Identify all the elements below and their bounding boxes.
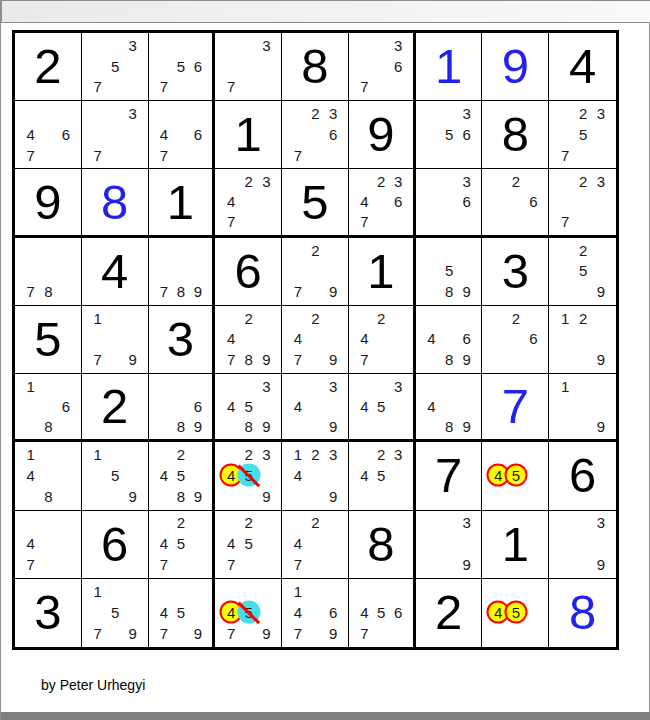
candidate-8[interactable]: 8 <box>172 486 189 507</box>
candidate-9[interactable]: 9 <box>592 349 610 370</box>
candidate-7[interactable]: 7 <box>89 623 107 644</box>
cell-r3c9[interactable]: 237 <box>549 169 616 237</box>
solved-digit: 2 <box>34 42 61 91</box>
candidate-3[interactable]: 3 <box>124 103 142 124</box>
candidate-9[interactable]: 9 <box>189 623 206 644</box>
cell-r9c1[interactable]: 3 <box>15 579 82 647</box>
highlight-circle-cyan-struck: 5 <box>237 601 260 624</box>
cell-r4c8[interactable]: 3 <box>482 238 549 306</box>
cell-r4c1[interactable]: 78 <box>15 238 82 306</box>
candidate-6[interactable]: 6 <box>458 192 476 212</box>
candidate-4[interactable]: 4 <box>356 465 373 486</box>
candidate-4[interactable]: 4 <box>289 465 307 486</box>
cell-r7c7[interactable]: 7 <box>416 442 483 510</box>
cell-r5c9[interactable]: 129 <box>549 306 616 374</box>
candidate-8[interactable]: 8 <box>440 281 458 302</box>
candidate-9[interactable]: 9 <box>324 623 342 644</box>
highlight-circle-cyan-struck: 5 <box>237 464 260 487</box>
candidate-7[interactable]: 7 <box>222 349 240 370</box>
cell-r6c8[interactable]: 7 <box>482 374 549 442</box>
candidate-4[interactable]: 4 <box>156 465 173 486</box>
candidate-5[interactable]: 5 <box>106 56 124 77</box>
cell-r8c2[interactable]: 6 <box>82 511 149 579</box>
candidate-2[interactable]: 2 <box>307 103 325 124</box>
candidate-7[interactable]: 7 <box>156 145 173 166</box>
cell-r8c5[interactable]: 247 <box>282 511 349 579</box>
solved-digit: 8 <box>569 588 596 637</box>
cell-r9c2[interactable]: 1579 <box>82 579 149 647</box>
candidate-7[interactable]: 7 <box>289 349 307 370</box>
cell-r6c5[interactable]: 349 <box>282 374 349 442</box>
candidate-2[interactable]: 2 <box>574 103 592 124</box>
cell-r1c3[interactable]: 567 <box>149 33 216 101</box>
author-caption: by Peter Urhegyi <box>41 677 145 693</box>
cell-r6c4[interactable]: 34589 <box>215 374 282 442</box>
top-chrome-bar <box>1 0 650 23</box>
candidate-4[interactable]: 4 <box>156 124 173 145</box>
cell-r1c7[interactable]: 1 <box>416 33 483 101</box>
cell-r3c3[interactable]: 1 <box>149 169 216 237</box>
solved-digit: 7 <box>502 382 529 431</box>
solved-digit: 6 <box>101 520 128 569</box>
candidate-2[interactable]: 2 <box>172 444 189 465</box>
cell-r8c7[interactable]: 39 <box>416 511 483 579</box>
solved-digit: 5 <box>301 178 328 227</box>
solved-digit: 1 <box>502 520 529 569</box>
candidate-7[interactable]: 7 <box>289 145 307 166</box>
candidate-5[interactable]: 5 <box>373 465 390 486</box>
candidate-4[interactable]: 4 <box>22 124 40 145</box>
candidate-8[interactable]: 8 <box>172 281 189 302</box>
candidate-5[interactable]: 5 <box>240 396 258 416</box>
candidate-7[interactable]: 7 <box>22 145 40 166</box>
candidate-7[interactable]: 7 <box>222 554 240 575</box>
solved-digit: 8 <box>101 178 128 227</box>
candidate-9[interactable]: 9 <box>324 349 342 370</box>
cell-r1c4[interactable]: 37 <box>215 33 282 101</box>
cell-r6c9[interactable]: 19 <box>549 374 616 442</box>
candidate-6[interactable]: 6 <box>57 124 75 145</box>
candidate-1[interactable]: 1 <box>289 581 307 602</box>
candidate-5[interactable]: 5 <box>240 533 258 554</box>
candidate-4[interactable]: 4 <box>423 329 441 350</box>
candidate-2[interactable]: 2 <box>574 171 592 191</box>
candidate-1[interactable]: 1 <box>556 376 574 396</box>
candidate-2[interactable]: 2 <box>307 240 325 261</box>
cell-r6c3[interactable]: 689 <box>149 374 216 442</box>
cell-r8c3[interactable]: 2457 <box>149 511 216 579</box>
candidate-9[interactable]: 9 <box>124 486 142 507</box>
cell-r2c3[interactable]: 467 <box>149 101 216 169</box>
candidate-4[interactable]: 4 <box>289 533 307 554</box>
solved-digit: 1 <box>235 110 262 159</box>
candidate-9[interactable]: 9 <box>258 623 276 644</box>
candidate-3[interactable]: 3 <box>390 171 407 191</box>
candidate-9[interactable]: 9 <box>324 281 342 302</box>
candidate-6[interactable]: 6 <box>324 124 342 145</box>
candidate-8[interactable]: 8 <box>40 281 58 302</box>
cell-r7c6[interactable]: 2345 <box>349 442 416 510</box>
cell-r1c8[interactable]: 9 <box>482 33 549 101</box>
cell-r6c2[interactable]: 2 <box>82 374 149 442</box>
candidate-4[interactable]: 4 <box>356 192 373 212</box>
solved-digit: 8 <box>367 520 394 569</box>
solved-digit: 3 <box>34 588 61 637</box>
candidate-7[interactable]: 7 <box>89 76 107 97</box>
cell-r7c4[interactable]: 23459 <box>215 442 282 510</box>
solved-digit: 9 <box>34 178 61 227</box>
cell-r2c6[interactable]: 9 <box>349 101 416 169</box>
candidate-9[interactable]: 9 <box>592 416 610 436</box>
candidate-2[interactable]: 2 <box>240 171 258 191</box>
cell-r7c5[interactable]: 12349 <box>282 442 349 510</box>
solved-digit: 6 <box>235 247 262 296</box>
candidate-3[interactable]: 3 <box>390 444 407 465</box>
candidate-7[interactable]: 7 <box>222 76 240 97</box>
solved-digit: 4 <box>101 247 128 296</box>
candidate-2[interactable]: 2 <box>373 171 390 191</box>
candidate-2[interactable]: 2 <box>307 308 325 329</box>
cell-r5c7[interactable]: 4689 <box>416 306 483 374</box>
candidate-3[interactable]: 3 <box>390 35 407 56</box>
cell-r3c7[interactable]: 36 <box>416 169 483 237</box>
candidate-4[interactable]: 4 <box>356 329 373 350</box>
cell-r2c7[interactable]: 356 <box>416 101 483 169</box>
candidate-7[interactable]: 7 <box>289 623 307 644</box>
candidate-1[interactable]: 1 <box>89 444 107 465</box>
candidate-9[interactable]: 9 <box>258 416 276 436</box>
cell-r5c6[interactable]: 247 <box>349 306 416 374</box>
candidate-4[interactable]: 4 <box>423 396 441 416</box>
candidate-7[interactable]: 7 <box>289 554 307 575</box>
candidate-5[interactable]: 5 <box>507 602 525 623</box>
candidate-9[interactable]: 9 <box>258 486 276 507</box>
cell-r3c5[interactable]: 5 <box>282 169 349 237</box>
cell-r3c2[interactable]: 8 <box>82 169 149 237</box>
cell-r4c7[interactable]: 589 <box>416 238 483 306</box>
cell-r1c1[interactable]: 2 <box>15 33 82 101</box>
cell-r1c9[interactable]: 4 <box>549 33 616 101</box>
cell-r4c4[interactable]: 6 <box>215 238 282 306</box>
candidate-9[interactable]: 9 <box>458 554 476 575</box>
cell-r3c8[interactable]: 26 <box>482 169 549 237</box>
solved-digit: 1 <box>167 178 194 227</box>
cell-r5c3[interactable]: 3 <box>149 306 216 374</box>
candidate-3[interactable]: 3 <box>258 376 276 396</box>
candidate-2[interactable]: 2 <box>507 171 525 191</box>
candidate-9[interactable]: 9 <box>458 416 476 436</box>
candidate-3[interactable]: 3 <box>124 35 142 56</box>
cell-r5c4[interactable]: 24789 <box>215 306 282 374</box>
candidate-1[interactable]: 1 <box>289 444 307 465</box>
cell-r7c8[interactable]: 45 <box>482 442 549 510</box>
cell-r5c1[interactable]: 5 <box>15 306 82 374</box>
candidate-4[interactable]: 4 <box>289 396 307 416</box>
candidate-6[interactable]: 6 <box>390 192 407 212</box>
sudoku-board: 2357567378367194467374671236793568235798… <box>12 30 619 650</box>
candidate-3[interactable]: 3 <box>324 376 342 396</box>
candidate-5[interactable]: 5 <box>440 260 458 281</box>
cell-r6c6[interactable]: 345 <box>349 374 416 442</box>
candidate-2[interactable]: 2 <box>240 444 258 465</box>
solved-digit: 2 <box>435 588 462 637</box>
candidate-4[interactable]: 4 <box>222 396 240 416</box>
candidate-5[interactable]: 5 <box>172 602 189 623</box>
candidate-4[interactable]: 4 <box>289 329 307 350</box>
candidate-8[interactable]: 8 <box>240 349 258 370</box>
cell-r7c2[interactable]: 159 <box>82 442 149 510</box>
cell-r3c4[interactable]: 2347 <box>215 169 282 237</box>
solved-digit: 4 <box>569 42 596 91</box>
candidate-9[interactable]: 9 <box>189 416 206 436</box>
solved-digit: 5 <box>34 315 61 364</box>
candidate-6[interactable]: 6 <box>57 396 75 416</box>
cell-r1c5[interactable]: 8 <box>282 33 349 101</box>
cell-r8c8[interactable]: 1 <box>482 511 549 579</box>
solved-digit: 2 <box>101 382 128 431</box>
cell-r2c1[interactable]: 467 <box>15 101 82 169</box>
cell-r8c1[interactable]: 47 <box>15 511 82 579</box>
candidate-9[interactable]: 9 <box>124 623 142 644</box>
candidate-9[interactable]: 9 <box>189 281 206 302</box>
cell-r9c9[interactable]: 8 <box>549 579 616 647</box>
candidate-7[interactable]: 7 <box>156 281 173 302</box>
cell-r9c4[interactable]: 4579 <box>215 579 282 647</box>
candidate-3[interactable]: 3 <box>258 444 276 465</box>
candidate-6[interactable]: 6 <box>525 192 543 212</box>
candidate-5[interactable]: 5 <box>172 465 189 486</box>
cell-r7c1[interactable]: 148 <box>15 442 82 510</box>
candidate-7[interactable]: 7 <box>156 554 173 575</box>
candidate-3[interactable]: 3 <box>324 103 342 124</box>
candidate-1[interactable]: 1 <box>89 581 107 602</box>
solved-digit: 9 <box>367 110 394 159</box>
candidate-4[interactable]: 4 <box>289 602 307 623</box>
candidate-7[interactable]: 7 <box>356 212 373 232</box>
candidate-4[interactable]: 4 <box>156 602 173 623</box>
candidate-2[interactable]: 2 <box>240 308 258 329</box>
candidate-5[interactable]: 5 <box>507 465 525 486</box>
candidate-7[interactable]: 7 <box>556 145 574 166</box>
candidate-2[interactable]: 2 <box>307 513 325 534</box>
candidate-9[interactable]: 9 <box>258 349 276 370</box>
candidate-8[interactable]: 8 <box>40 486 58 507</box>
solved-digit: 3 <box>167 315 194 364</box>
cell-r2c2[interactable]: 37 <box>82 101 149 169</box>
candidate-3[interactable]: 3 <box>258 35 276 56</box>
candidate-3[interactable]: 3 <box>592 513 610 534</box>
candidate-5[interactable]: 5 <box>172 56 189 77</box>
candidate-2[interactable]: 2 <box>240 513 258 534</box>
candidate-3[interactable]: 3 <box>458 513 476 534</box>
candidate-5[interactable]: 5 <box>440 124 458 145</box>
candidate-7[interactable]: 7 <box>22 281 40 302</box>
candidate-9[interactable]: 9 <box>189 486 206 507</box>
cell-r9c3[interactable]: 4579 <box>149 579 216 647</box>
candidate-2[interactable]: 2 <box>373 308 390 329</box>
candidate-3[interactable]: 3 <box>592 171 610 191</box>
candidate-7[interactable]: 7 <box>356 623 373 644</box>
candidate-4[interactable]: 4 <box>156 533 173 554</box>
candidate-6[interactable]: 6 <box>390 56 407 77</box>
candidate-6[interactable]: 6 <box>189 56 206 77</box>
candidate-1[interactable]: 1 <box>89 308 107 329</box>
candidate-8[interactable]: 8 <box>240 416 258 436</box>
candidate-2[interactable]: 2 <box>373 444 390 465</box>
solved-digit: 8 <box>301 42 328 91</box>
cell-r2c5[interactable]: 2367 <box>282 101 349 169</box>
cell-r5c5[interactable]: 2479 <box>282 306 349 374</box>
candidate-8[interactable]: 8 <box>440 349 458 370</box>
cell-r6c7[interactable]: 489 <box>416 374 483 442</box>
candidate-5[interactable]: 5 <box>240 465 258 486</box>
candidate-6[interactable]: 6 <box>189 124 206 145</box>
cell-r3c1[interactable]: 9 <box>15 169 82 237</box>
solved-digit: 6 <box>569 451 596 500</box>
candidate-4[interactable]: 4 <box>222 192 240 212</box>
highlight-circle-yellow: 5 <box>504 601 527 624</box>
candidate-9[interactable]: 9 <box>324 486 342 507</box>
cell-r8c9[interactable]: 39 <box>549 511 616 579</box>
candidate-2[interactable]: 2 <box>574 308 592 329</box>
candidate-3[interactable]: 3 <box>258 171 276 191</box>
candidate-1[interactable]: 1 <box>22 376 40 396</box>
candidate-9[interactable]: 9 <box>592 281 610 302</box>
candidate-5[interactable]: 5 <box>574 124 592 145</box>
candidate-6[interactable]: 6 <box>390 602 407 623</box>
candidate-4[interactable]: 4 <box>222 329 240 350</box>
candidate-4[interactable]: 4 <box>22 533 40 554</box>
candidate-5[interactable]: 5 <box>574 260 592 281</box>
candidate-9[interactable]: 9 <box>592 554 610 575</box>
cell-r5c2[interactable]: 179 <box>82 306 149 374</box>
solved-digit: 9 <box>502 42 529 91</box>
candidate-3[interactable]: 3 <box>458 171 476 191</box>
cell-r4c5[interactable]: 279 <box>282 238 349 306</box>
candidate-3[interactable]: 3 <box>390 376 407 396</box>
cell-r1c2[interactable]: 357 <box>82 33 149 101</box>
candidate-7[interactable]: 7 <box>356 349 373 370</box>
candidate-4[interactable]: 4 <box>356 396 373 416</box>
candidate-7[interactable]: 7 <box>222 623 240 644</box>
candidate-2[interactable]: 2 <box>574 240 592 261</box>
candidate-9[interactable]: 9 <box>458 349 476 370</box>
cell-r7c3[interactable]: 24589 <box>149 442 216 510</box>
cell-r5c8[interactable]: 26 <box>482 306 549 374</box>
candidate-7[interactable]: 7 <box>556 212 574 232</box>
solved-digit: 1 <box>435 42 462 91</box>
candidate-6[interactable]: 6 <box>324 602 342 623</box>
candidate-1[interactable]: 1 <box>22 444 40 465</box>
candidate-4[interactable]: 4 <box>356 602 373 623</box>
candidate-7[interactable]: 7 <box>356 76 373 97</box>
cell-r1c6[interactable]: 367 <box>349 33 416 101</box>
cell-r2c8[interactable]: 8 <box>482 101 549 169</box>
cell-r4c9[interactable]: 259 <box>549 238 616 306</box>
candidate-9[interactable]: 9 <box>458 281 476 302</box>
candidate-7[interactable]: 7 <box>89 349 107 370</box>
solved-digit: 8 <box>502 110 529 159</box>
candidate-9[interactable]: 9 <box>324 416 342 436</box>
candidate-7[interactable]: 7 <box>156 623 173 644</box>
solved-digit: 7 <box>435 451 462 500</box>
candidate-2[interactable]: 2 <box>307 444 325 465</box>
cell-r7c9[interactable]: 6 <box>549 442 616 510</box>
candidate-3[interactable]: 3 <box>458 103 476 124</box>
candidate-6[interactable]: 6 <box>458 124 476 145</box>
solved-digit: 1 <box>367 247 394 296</box>
cell-r3c6[interactable]: 23467 <box>349 169 416 237</box>
candidate-3[interactable]: 3 <box>592 103 610 124</box>
cell-r4c2[interactable]: 4 <box>82 238 149 306</box>
candidate-5[interactable]: 5 <box>240 602 258 623</box>
candidate-7[interactable]: 7 <box>156 76 173 97</box>
candidate-9[interactable]: 9 <box>124 349 142 370</box>
cell-r4c3[interactable]: 789 <box>149 238 216 306</box>
candidate-8[interactable]: 8 <box>440 416 458 436</box>
cell-r8c4[interactable]: 2457 <box>215 511 282 579</box>
solved-digit: 3 <box>502 247 529 296</box>
cell-r9c6[interactable]: 4567 <box>349 579 416 647</box>
cell-r8c6[interactable]: 8 <box>349 511 416 579</box>
candidate-6[interactable]: 6 <box>525 329 543 350</box>
candidate-5[interactable]: 5 <box>373 396 390 416</box>
candidate-5[interactable]: 5 <box>106 602 124 623</box>
highlight-circle-yellow: 5 <box>504 464 527 487</box>
candidate-5[interactable]: 5 <box>172 533 189 554</box>
cell-r2c9[interactable]: 2357 <box>549 101 616 169</box>
cell-r4c6[interactable]: 1 <box>349 238 416 306</box>
candidate-7[interactable]: 7 <box>89 145 107 166</box>
candidate-7[interactable]: 7 <box>289 281 307 302</box>
cell-r9c7[interactable]: 2 <box>416 579 483 647</box>
candidate-2[interactable]: 2 <box>172 513 189 534</box>
candidate-5[interactable]: 5 <box>373 602 390 623</box>
candidate-4[interactable]: 4 <box>222 533 240 554</box>
candidate-4[interactable]: 4 <box>22 465 40 486</box>
candidate-5[interactable]: 5 <box>106 465 124 486</box>
candidate-8[interactable]: 8 <box>40 416 58 436</box>
cell-r9c5[interactable]: 14679 <box>282 579 349 647</box>
candidate-3[interactable]: 3 <box>324 444 342 465</box>
candidate-6[interactable]: 6 <box>189 396 206 416</box>
candidate-8[interactable]: 8 <box>172 416 189 436</box>
candidate-2[interactable]: 2 <box>507 308 525 329</box>
candidate-7[interactable]: 7 <box>222 212 240 232</box>
page: 2357567378367194467374671236793568235798… <box>0 0 650 720</box>
cell-r6c1[interactable]: 168 <box>15 374 82 442</box>
candidate-7[interactable]: 7 <box>22 554 40 575</box>
candidate-1[interactable]: 1 <box>556 308 574 329</box>
cell-r2c4[interactable]: 1 <box>215 101 282 169</box>
bottom-chrome-bar <box>1 712 650 720</box>
cell-r9c8[interactable]: 45 <box>482 579 549 647</box>
candidate-6[interactable]: 6 <box>458 329 476 350</box>
